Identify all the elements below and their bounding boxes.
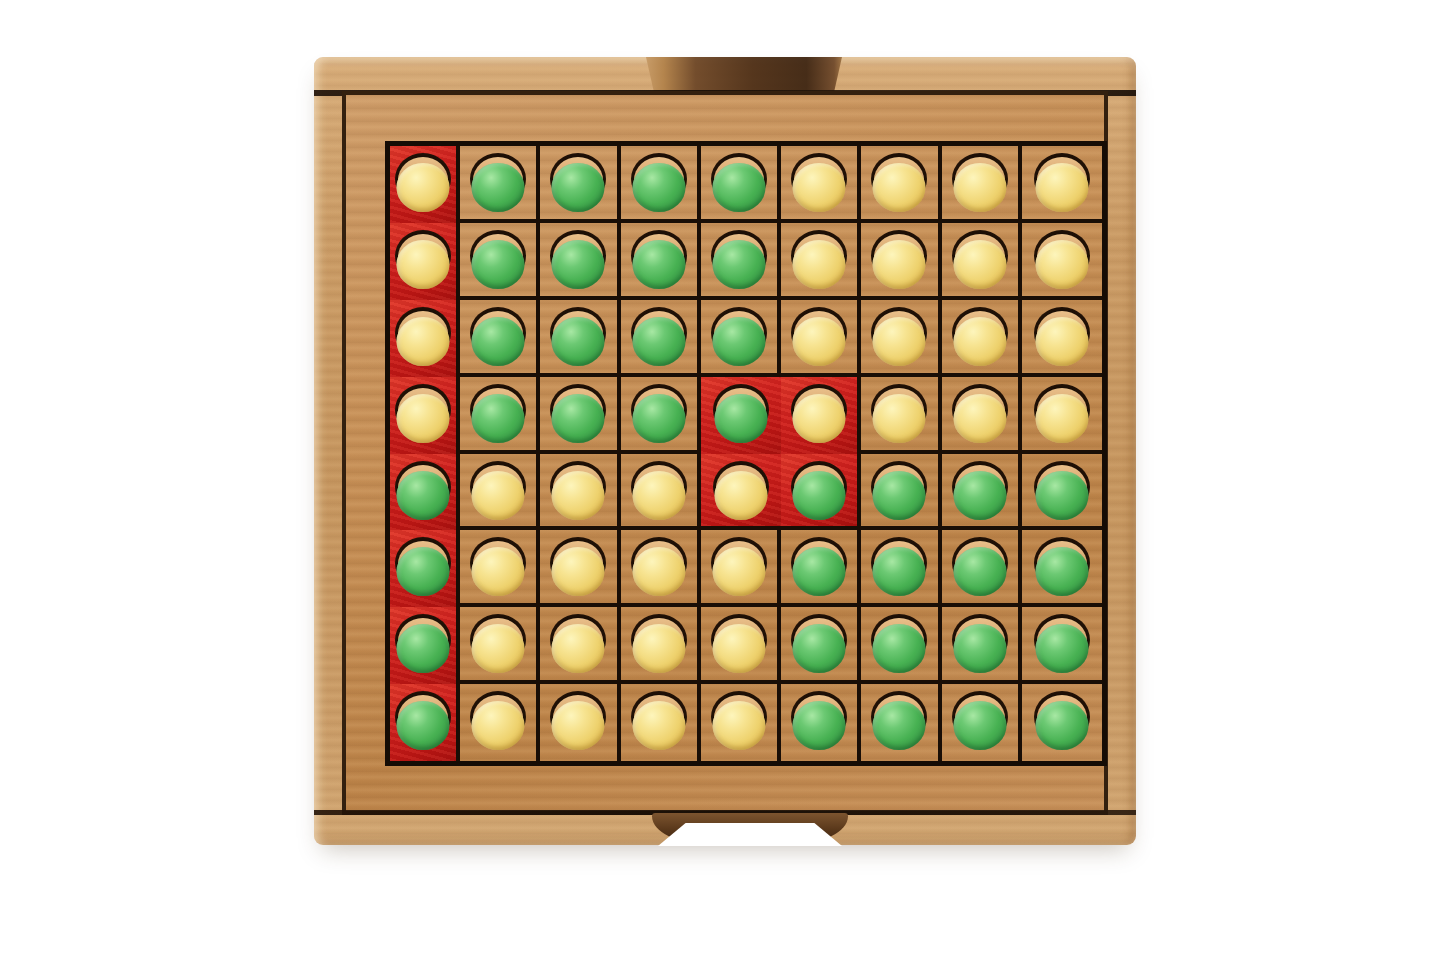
peg-yellow[interactable] — [793, 317, 846, 366]
board-cell[interactable] — [861, 684, 941, 761]
board-cell[interactable] — [942, 223, 1022, 300]
board-cell[interactable] — [861, 223, 941, 300]
board-cell[interactable] — [781, 146, 861, 223]
peg-yellow[interactable] — [1035, 394, 1088, 443]
peg-yellow[interactable] — [397, 317, 450, 366]
peg-green[interactable] — [1035, 624, 1088, 673]
center-start-cell[interactable] — [701, 454, 781, 531]
tray-cell[interactable] — [390, 530, 460, 607]
peg-green[interactable] — [397, 624, 450, 673]
board-cell[interactable] — [1022, 530, 1102, 607]
board-cell[interactable] — [460, 607, 540, 684]
peg-green[interactable] — [793, 701, 846, 750]
peg-yellow[interactable] — [632, 624, 685, 673]
peg-yellow[interactable] — [793, 394, 846, 443]
center-start-cell[interactable] — [781, 377, 861, 454]
peg-yellow[interactable] — [793, 163, 846, 212]
board-cell[interactable] — [861, 607, 941, 684]
peg-yellow[interactable] — [552, 624, 605, 673]
board-cell[interactable] — [1022, 223, 1102, 300]
peg-yellow[interactable] — [793, 240, 846, 289]
board-cell[interactable] — [701, 300, 781, 377]
peg-green[interactable] — [472, 317, 525, 366]
peg-yellow[interactable] — [632, 701, 685, 750]
board-cell[interactable] — [540, 377, 620, 454]
peg-yellow[interactable] — [1035, 317, 1088, 366]
tray-cell[interactable] — [390, 223, 460, 300]
board-cell[interactable] — [781, 223, 861, 300]
peg-yellow[interactable] — [552, 547, 605, 596]
board-cell[interactable] — [942, 454, 1022, 531]
board-cell[interactable] — [540, 146, 620, 223]
peg-green[interactable] — [712, 317, 765, 366]
peg-yellow[interactable] — [714, 471, 767, 520]
peg-yellow[interactable] — [873, 163, 926, 212]
tray-cell[interactable] — [390, 300, 460, 377]
peg-grid — [385, 141, 1107, 766]
bottom-finger-notch — [658, 823, 842, 846]
peg-green[interactable] — [552, 163, 605, 212]
peg-green[interactable] — [397, 471, 450, 520]
board-cell[interactable] — [460, 300, 540, 377]
board-cell[interactable] — [460, 377, 540, 454]
board-cell[interactable] — [540, 530, 620, 607]
peg-green[interactable] — [953, 471, 1006, 520]
peg-yellow[interactable] — [397, 163, 450, 212]
peg-yellow[interactable] — [472, 624, 525, 673]
board-cell[interactable] — [621, 454, 701, 531]
board-cell[interactable] — [701, 607, 781, 684]
peg-yellow[interactable] — [472, 471, 525, 520]
game-box — [314, 57, 1136, 845]
peg-yellow[interactable] — [873, 394, 926, 443]
board-cell[interactable] — [1022, 684, 1102, 761]
peg-green[interactable] — [632, 163, 685, 212]
peg-green[interactable] — [472, 394, 525, 443]
peg-yellow[interactable] — [472, 701, 525, 750]
board-cell[interactable] — [942, 607, 1022, 684]
peg-yellow[interactable] — [1035, 163, 1088, 212]
board-cell[interactable] — [781, 684, 861, 761]
board-cell[interactable] — [942, 300, 1022, 377]
tray-cell[interactable] — [390, 454, 460, 531]
peg-green[interactable] — [632, 317, 685, 366]
board-cell[interactable] — [460, 454, 540, 531]
board-cell[interactable] — [621, 607, 701, 684]
board-cell[interactable] — [1022, 454, 1102, 531]
peg-green[interactable] — [632, 394, 685, 443]
board-cell[interactable] — [781, 530, 861, 607]
center-start-cell[interactable] — [701, 377, 781, 454]
board-cell[interactable] — [621, 530, 701, 607]
peg-yellow[interactable] — [953, 317, 1006, 366]
peg-green[interactable] — [793, 624, 846, 673]
peg-yellow[interactable] — [712, 547, 765, 596]
peg-green[interactable] — [953, 701, 1006, 750]
board-cell[interactable] — [621, 146, 701, 223]
peg-yellow[interactable] — [953, 163, 1006, 212]
peg-green[interactable] — [793, 471, 846, 520]
board-cell[interactable] — [460, 223, 540, 300]
board-cell[interactable] — [540, 454, 620, 531]
peg-green[interactable] — [397, 547, 450, 596]
board-cell[interactable] — [701, 530, 781, 607]
board-cell[interactable] — [781, 607, 861, 684]
peg-green[interactable] — [873, 624, 926, 673]
board-cell[interactable] — [540, 223, 620, 300]
peg-yellow[interactable] — [632, 471, 685, 520]
tray-cell[interactable] — [390, 146, 460, 223]
board-cell[interactable] — [1022, 607, 1102, 684]
board-cell[interactable] — [701, 684, 781, 761]
peg-green[interactable] — [714, 394, 767, 443]
peg-green[interactable] — [552, 240, 605, 289]
board-cell[interactable] — [1022, 146, 1102, 223]
peg-yellow[interactable] — [953, 394, 1006, 443]
board-cell[interactable] — [861, 454, 941, 531]
board-cell[interactable] — [621, 377, 701, 454]
board-cell[interactable] — [460, 530, 540, 607]
board-cell[interactable] — [701, 223, 781, 300]
peg-green[interactable] — [552, 394, 605, 443]
center-start-cell[interactable] — [781, 454, 861, 531]
peg-yellow[interactable] — [1035, 240, 1088, 289]
board-cell[interactable] — [460, 146, 540, 223]
peg-yellow[interactable] — [472, 547, 525, 596]
peg-green[interactable] — [712, 163, 765, 212]
peg-green[interactable] — [472, 240, 525, 289]
board-cell[interactable] — [701, 146, 781, 223]
board-cell[interactable] — [942, 146, 1022, 223]
peg-green[interactable] — [873, 471, 926, 520]
peg-green[interactable] — [1035, 547, 1088, 596]
peg-green[interactable] — [953, 624, 1006, 673]
board-cell[interactable] — [540, 607, 620, 684]
board-cell[interactable] — [1022, 300, 1102, 377]
board-cell[interactable] — [942, 377, 1022, 454]
peg-green[interactable] — [472, 163, 525, 212]
board-panel — [342, 91, 1108, 815]
peg-yellow[interactable] — [397, 394, 450, 443]
tray-cell[interactable] — [390, 377, 460, 454]
tray-cell[interactable] — [390, 607, 460, 684]
peg-yellow[interactable] — [953, 240, 1006, 289]
peg-yellow[interactable] — [712, 624, 765, 673]
board-cell[interactable] — [861, 146, 941, 223]
board-cell[interactable] — [540, 684, 620, 761]
board-cell[interactable] — [781, 300, 861, 377]
peg-green[interactable] — [953, 547, 1006, 596]
peg-green[interactable] — [712, 240, 765, 289]
peg-green[interactable] — [873, 701, 926, 750]
board-cell[interactable] — [1022, 377, 1102, 454]
peg-yellow[interactable] — [712, 701, 765, 750]
board-cell[interactable] — [621, 684, 701, 761]
board-cell[interactable] — [621, 300, 701, 377]
peg-yellow[interactable] — [873, 317, 926, 366]
board-cell[interactable] — [942, 530, 1022, 607]
peg-green[interactable] — [397, 701, 450, 750]
peg-yellow[interactable] — [552, 471, 605, 520]
peg-yellow[interactable] — [552, 701, 605, 750]
peg-green[interactable] — [632, 240, 685, 289]
board-cell[interactable] — [621, 223, 701, 300]
lid-notch — [644, 57, 842, 92]
board-cell[interactable] — [942, 684, 1022, 761]
board-cell[interactable] — [861, 377, 941, 454]
peg-yellow[interactable] — [873, 240, 926, 289]
board-cell[interactable] — [861, 300, 941, 377]
peg-green[interactable] — [793, 547, 846, 596]
tray-cell[interactable] — [390, 684, 460, 761]
peg-green[interactable] — [1035, 701, 1088, 750]
board-cell[interactable] — [861, 530, 941, 607]
board-cell[interactable] — [460, 684, 540, 761]
peg-green[interactable] — [552, 317, 605, 366]
peg-yellow[interactable] — [632, 547, 685, 596]
peg-green[interactable] — [873, 547, 926, 596]
board-cell[interactable] — [540, 300, 620, 377]
peg-green[interactable] — [1035, 471, 1088, 520]
product-photo-stage — [0, 0, 1445, 963]
peg-yellow[interactable] — [397, 240, 450, 289]
